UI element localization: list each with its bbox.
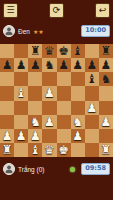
black-king: ♚ <box>58 45 69 57</box>
black-rook: ♜ <box>101 45 112 57</box>
white-player-row: Trắng (0) 09:58 <box>0 157 113 181</box>
square-d2[interactable] <box>42 129 56 143</box>
square-d7[interactable]: ♞ <box>42 58 56 72</box>
square-a8[interactable] <box>0 44 14 58</box>
white-queen: ♛ <box>44 143 55 155</box>
white-knight: ♞ <box>72 115 83 127</box>
square-d1[interactable]: ♛ <box>42 143 56 157</box>
refresh-icon: ⟳ <box>53 5 61 15</box>
white-player-name: Trắng (0) <box>18 166 45 173</box>
square-g4[interactable]: ♟ <box>85 101 99 115</box>
square-h3[interactable]: ♟ <box>99 115 113 129</box>
black-player-name: Đen <box>18 28 30 35</box>
hamburger-menu-icon: ☰ <box>6 5 14 15</box>
white-pawn: ♟ <box>2 129 13 141</box>
black-pawn: ♟ <box>86 59 97 71</box>
black-queen: ♛ <box>44 45 55 57</box>
square-c6[interactable] <box>28 72 42 86</box>
square-g6[interactable]: ♝ <box>85 72 99 86</box>
square-a5[interactable] <box>0 86 14 100</box>
square-g3[interactable] <box>85 115 99 129</box>
white-player-avatar <box>3 163 15 175</box>
white-clock: 09:58 <box>81 163 110 176</box>
square-g2[interactable] <box>85 129 99 143</box>
black-pawn: ♟ <box>16 59 27 71</box>
square-h8[interactable]: ♜ <box>99 44 113 58</box>
square-f6[interactable] <box>71 72 85 86</box>
square-f8[interactable]: ♝ <box>71 44 85 58</box>
menu-button[interactable]: ☰ <box>3 3 18 18</box>
square-g1[interactable] <box>85 143 99 157</box>
square-e2[interactable] <box>57 129 71 143</box>
black-pawn: ♟ <box>58 59 69 71</box>
square-h1[interactable]: ♜ <box>99 143 113 157</box>
toolbar: ☰ ⟳ ↩ <box>0 0 113 18</box>
chess-app-screen: ☰ ⟳ ↩ Đen ★★ 10:00 ♜♛♚♝♜♟♟♟♞♟♟♟♟♝♞♝♟♟♞♟♞… <box>0 0 113 200</box>
black-pawn: ♟ <box>72 59 83 71</box>
square-c2[interactable]: ♟ <box>28 129 42 143</box>
square-h6[interactable]: ♞ <box>99 72 113 86</box>
white-pawn: ♟ <box>86 101 97 113</box>
square-g5[interactable] <box>85 86 99 100</box>
white-pawn: ♟ <box>44 87 55 99</box>
undo-button[interactable]: ↩ <box>95 3 110 18</box>
square-b1[interactable] <box>14 143 28 157</box>
square-h5[interactable] <box>99 86 113 100</box>
square-f4[interactable] <box>71 101 85 115</box>
square-e7[interactable]: ♟ <box>57 58 71 72</box>
square-a2[interactable]: ♟ <box>0 129 14 143</box>
square-a1[interactable]: ♜ <box>0 143 14 157</box>
square-b5[interactable]: ♝ <box>14 86 28 100</box>
square-a3[interactable] <box>0 115 14 129</box>
square-b7[interactable]: ♟ <box>14 58 28 72</box>
black-knight: ♞ <box>44 59 55 71</box>
square-f3[interactable]: ♞ <box>71 115 85 129</box>
square-b4[interactable] <box>14 101 28 115</box>
square-b2[interactable]: ♟ <box>14 129 28 143</box>
square-b3[interactable] <box>14 115 28 129</box>
black-bishop: ♝ <box>72 45 83 57</box>
black-pawn: ♟ <box>101 59 112 71</box>
white-bishop: ♝ <box>16 87 27 99</box>
square-d4[interactable] <box>42 101 56 115</box>
person-icon <box>4 164 14 174</box>
square-e3[interactable] <box>57 115 71 129</box>
square-e8[interactable]: ♚ <box>57 44 71 58</box>
square-e5[interactable] <box>57 86 71 100</box>
black-player-row: Đen ★★ 10:00 <box>0 18 113 44</box>
white-pawn: ♟ <box>30 129 41 141</box>
black-pawn: ♟ <box>30 59 41 71</box>
white-knight: ♞ <box>30 115 41 127</box>
square-g7[interactable]: ♟ <box>85 58 99 72</box>
black-clock: 10:00 <box>81 25 110 38</box>
black-knight: ♞ <box>101 73 112 85</box>
square-a4[interactable] <box>0 101 14 115</box>
square-e1[interactable]: ♚ <box>57 143 71 157</box>
black-player-avatar <box>3 25 15 37</box>
white-bishop: ♝ <box>30 143 41 155</box>
square-c4[interactable] <box>28 101 42 115</box>
square-c5[interactable] <box>28 86 42 100</box>
white-king: ♚ <box>58 143 69 155</box>
black-pawn: ♟ <box>2 59 13 71</box>
square-f1[interactable] <box>71 143 85 157</box>
square-c3[interactable]: ♞ <box>28 115 42 129</box>
square-f5[interactable] <box>71 86 85 100</box>
white-pawn: ♟ <box>16 129 27 141</box>
square-h2[interactable] <box>99 129 113 143</box>
square-d8[interactable]: ♛ <box>42 44 56 58</box>
square-f7[interactable]: ♟ <box>71 58 85 72</box>
person-icon <box>4 26 14 36</box>
square-a6[interactable] <box>0 72 14 86</box>
square-g8[interactable] <box>85 44 99 58</box>
square-c7[interactable]: ♟ <box>28 58 42 72</box>
white-pawn: ♟ <box>44 115 55 127</box>
square-b6[interactable] <box>14 72 28 86</box>
black-rook: ♜ <box>30 45 41 57</box>
difficulty-stars: ★★ <box>33 28 44 35</box>
square-c1[interactable]: ♝ <box>28 143 42 157</box>
white-pawn: ♟ <box>72 129 83 141</box>
white-rook: ♜ <box>2 143 13 155</box>
square-f2[interactable]: ♟ <box>71 129 85 143</box>
white-pawn: ♟ <box>101 115 112 127</box>
square-d6[interactable] <box>42 72 56 86</box>
undo-arrow-icon: ↩ <box>99 5 107 15</box>
square-h4[interactable] <box>99 101 113 115</box>
square-e4[interactable] <box>57 101 71 115</box>
black-bishop: ♝ <box>86 73 97 85</box>
bottom-spacer <box>0 181 113 200</box>
square-d5[interactable]: ♟ <box>42 86 56 100</box>
square-h7[interactable]: ♟ <box>99 58 113 72</box>
square-d3[interactable]: ♟ <box>42 115 56 129</box>
square-e6[interactable] <box>57 72 71 86</box>
square-a7[interactable]: ♟ <box>0 58 14 72</box>
turn-indicator-icon <box>70 167 75 172</box>
chess-board: ♜♛♚♝♜♟♟♟♞♟♟♟♟♝♞♝♟♟♞♟♞♟♟♟♟♟♜♝♛♚♜ <box>0 44 113 157</box>
square-b8[interactable] <box>14 44 28 58</box>
square-c8[interactable]: ♜ <box>28 44 42 58</box>
white-rook: ♜ <box>101 143 112 155</box>
new-game-button[interactable]: ⟳ <box>49 3 64 18</box>
